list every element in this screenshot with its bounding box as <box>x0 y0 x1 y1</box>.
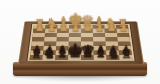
square-d6 <box>81 46 94 51</box>
white-bishop-icon: ♝ <box>93 15 105 29</box>
square-e6 <box>68 46 81 51</box>
black-bishop-icon: ♝ <box>94 45 107 60</box>
square-a6 <box>118 46 131 51</box>
square-b8: ♞ <box>106 55 119 60</box>
white-knight-icon: ♞ <box>46 16 57 29</box>
wooden-case-front <box>13 62 147 76</box>
wooden-case-top: ♜♞♝♚♛♝♞♜♟♟♟♟♟♟♟♟♟♟♟♟♟♟♟♟♜♞♝♚♛♝♞♜ <box>18 21 144 64</box>
white-knight-icon: ♞ <box>105 16 116 29</box>
square-f8: ♝ <box>55 55 68 60</box>
white-rook-icon: ♜ <box>34 18 44 29</box>
white-bishop-icon: ♝ <box>57 15 69 29</box>
square-f6 <box>56 46 69 51</box>
square-e8: ♚ <box>68 55 81 60</box>
white-rook-icon: ♜ <box>118 18 128 29</box>
square-d8: ♛ <box>81 55 94 60</box>
square-g6 <box>43 46 56 51</box>
square-h6 <box>31 46 44 51</box>
chessboard: ♜♞♝♚♛♝♞♜♟♟♟♟♟♟♟♟♟♟♟♟♟♟♟♟♜♞♝♚♛♝♞♜ <box>27 24 134 61</box>
square-g8: ♞ <box>42 55 55 60</box>
square-b6 <box>106 46 119 51</box>
square-c6 <box>93 46 106 51</box>
square-c8: ♝ <box>94 55 107 60</box>
black-bishop-icon: ♝ <box>55 45 68 60</box>
product-photo: ♜♞♝♚♛♝♞♜♟♟♟♟♟♟♟♟♟♟♟♟♟♟♟♟♜♞♝♚♛♝♞♜ <box>0 0 160 84</box>
square-a8: ♜ <box>119 55 132 60</box>
square-h8: ♜ <box>30 55 43 60</box>
